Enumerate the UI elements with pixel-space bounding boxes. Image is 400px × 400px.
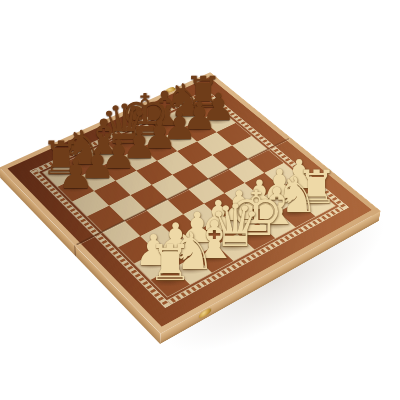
scene: ♜♞♝♛♚♝♞♜♟♟♟♟♟♟♟♟♟♟♟♟♟♟♟♟♜♞♝♛♚♝♞♜	[0, 0, 400, 400]
chess-piece-black-pawn[interactable]: ♟	[76, 189, 112, 229]
chess-piece-white-rook[interactable]: ♜	[170, 282, 214, 332]
pieces-layer: ♜♞♝♛♚♝♞♜♟♟♟♟♟♟♟♟♟♟♟♟♟♟♟♟♜♞♝♛♚♝♞♜	[0, 0, 400, 400]
